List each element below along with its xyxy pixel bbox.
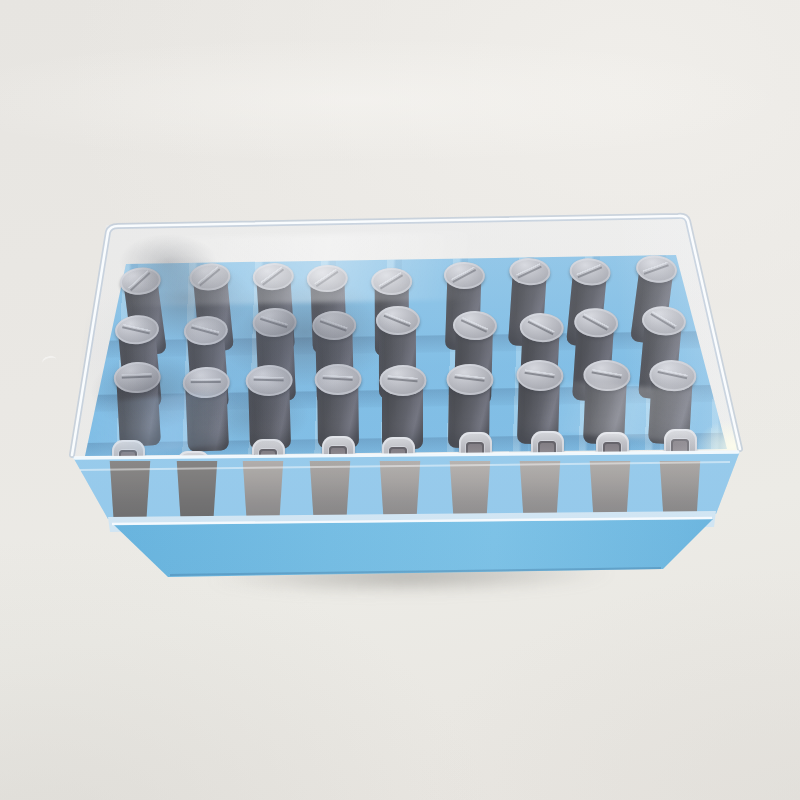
stamp-punch-tip [177, 451, 210, 483]
stamp-punch [375, 268, 409, 356]
stamp-shank-body [310, 276, 347, 353]
stamp-shank-body [117, 327, 161, 409]
stamp-shank-body [638, 318, 682, 400]
stamp-shank-body [317, 378, 359, 448]
stamp-engraved-face [375, 306, 419, 335]
stamp-engraved-face [188, 261, 231, 292]
stamp-engraving [538, 441, 557, 459]
stamp-grid [0, 0, 800, 800]
stamp-punch [517, 359, 560, 444]
stamp-tip-face [112, 440, 145, 472]
stamp-shank [447, 461, 493, 518]
stamp-punch [648, 359, 694, 445]
lid-front-wall-backing [0, 0, 800, 800]
stamp-engraved-face [515, 359, 563, 391]
stamp-engraving [259, 449, 278, 467]
stamp-tip-face [664, 429, 697, 461]
stamp-engraved-face [443, 261, 485, 289]
stamp-shank [174, 461, 220, 518]
stamp-shank [307, 461, 353, 518]
stamp-engraved-face [647, 359, 696, 393]
stamp-punch [247, 364, 290, 449]
stamp-punch [378, 306, 415, 399]
stamp-punch [116, 314, 161, 409]
stamp-shank-body [186, 328, 228, 410]
stamp-engraved-face [572, 307, 618, 339]
stamp-shank [517, 461, 563, 518]
stamp-shank-body [454, 324, 493, 404]
stamp-engraved-face [182, 315, 228, 347]
stamp-shank [240, 461, 286, 518]
stamp-shank [657, 461, 703, 518]
stamp-punch [572, 307, 615, 402]
stamp-shank-body [255, 320, 295, 401]
stamp-punch [454, 311, 493, 404]
stamp-punch [192, 262, 234, 352]
stamp-tip-face [596, 432, 629, 464]
product-photo-scene [0, 0, 800, 800]
stamp-punch [448, 364, 490, 448]
stamp-shank-body [519, 325, 560, 406]
stamp-engraving [603, 442, 622, 460]
stamp-shank-body [630, 265, 673, 344]
stamp-engraved-face [118, 265, 162, 297]
table-scratch-mark [41, 354, 58, 368]
stamp-shank-body [445, 273, 481, 350]
stamp-punch [310, 264, 347, 353]
stamp-punch-tip [596, 432, 629, 464]
stamp-punch-tip [459, 432, 492, 464]
stamp-tip-face [322, 436, 355, 468]
stamp-punch-tip [322, 436, 355, 468]
lid-reflection-streak [93, 387, 258, 458]
stamp-engraving [329, 446, 348, 464]
stamp-tip-face [459, 432, 492, 464]
lid-reflection-streak [538, 380, 726, 445]
stamp-engraved-face [640, 304, 686, 337]
stamp-engraved-face [181, 366, 229, 399]
stamp-punch-tip [531, 431, 564, 463]
stamp-shank [587, 461, 633, 518]
stamp-engraved-face [582, 359, 630, 392]
stamp-punch [185, 315, 228, 410]
stamp-punch-tip [664, 429, 697, 461]
stamp-punch [382, 365, 423, 449]
case-base [0, 0, 800, 800]
stamp-engraved-face [311, 311, 356, 341]
stamp-engraved-face [445, 364, 492, 396]
stamp-punch-tip [252, 439, 285, 471]
stamp-punch [519, 312, 560, 406]
stamp-engraved-face [379, 365, 426, 396]
lid-edge-highlights [0, 0, 800, 800]
stamp-engraved-face [452, 310, 497, 340]
stamp-tip-face [177, 451, 210, 483]
stamp-engraved-face [313, 364, 360, 396]
stamp-engraved-face [306, 264, 348, 292]
stamp-shank-body [123, 277, 167, 356]
stamp-tip-face [531, 431, 564, 463]
stamp-engraving [389, 447, 408, 465]
stamp-punch-tip [112, 440, 145, 472]
stamp-shank-body [648, 373, 693, 445]
case-tray-insert [0, 0, 800, 800]
case-lip [0, 0, 800, 800]
lid-front-wall-glass [0, 0, 800, 800]
stamp-shank-body [315, 324, 354, 404]
stamp-engraved-face [251, 307, 296, 338]
stamp-punch [630, 254, 675, 345]
stamp-engraving [671, 439, 690, 457]
stamp-tip-face [382, 437, 415, 469]
stamp-punch [508, 257, 548, 347]
tray-slot-shadow [0, 432, 800, 462]
case-ground-shadow [128, 548, 695, 604]
stamp-punch [445, 261, 482, 350]
stamp-punch [255, 262, 295, 351]
stamp-shank-body [572, 320, 614, 402]
front-row-shanks [0, 0, 800, 800]
stamp-shank [107, 461, 153, 518]
stamp-shank-body [378, 319, 415, 399]
stamp-punch [566, 257, 608, 347]
dust-overlay [0, 0, 800, 800]
stamp-shank-body [248, 378, 291, 449]
stamp-shank-body [583, 373, 627, 444]
lid-reflection-streak [127, 230, 558, 307]
stamp-engraved-face [568, 256, 611, 287]
stamp-shank-body [185, 380, 229, 451]
stamp-punch [115, 361, 160, 447]
stamp-engraved-face [371, 268, 412, 295]
stamp-punch [255, 307, 296, 401]
stamp-shank-body [448, 378, 490, 448]
stamp-punch [122, 266, 167, 357]
stamp-engraved-face [509, 257, 552, 287]
stamp-punch [314, 311, 353, 404]
stamp-punch [316, 364, 358, 448]
stamp-engraving [184, 461, 203, 479]
stamp-shank-body [508, 269, 547, 347]
stamp-shank-body [566, 269, 607, 347]
stamp-tip-face [252, 439, 285, 471]
tray-slot-shadow [0, 384, 800, 414]
stamp-shank [377, 461, 423, 518]
stamp-shank-body [116, 375, 161, 447]
stamp-engraved-face [518, 312, 563, 343]
stamp-punch [184, 366, 228, 451]
stamp-engraved-face [252, 262, 295, 292]
stamp-punch [583, 359, 628, 444]
stamp-engraved-face [113, 313, 159, 346]
tray-slot-shadow [0, 330, 800, 360]
stamp-punch [638, 305, 683, 400]
stamp-engraving [119, 450, 138, 468]
stamp-shank-body [375, 280, 409, 356]
stamp-shank-body [382, 379, 423, 449]
stamp-engraved-face [112, 361, 161, 395]
stamp-shank-body [256, 274, 295, 352]
stamp-engraved-face [244, 364, 292, 396]
stamp-shank-body [193, 274, 234, 352]
stamp-engraved-face [634, 253, 678, 285]
stamp-shank-body [517, 373, 560, 444]
lid-top-face [0, 0, 800, 800]
stamp-punch-tip [382, 437, 415, 469]
stamp-engraving [466, 442, 485, 460]
